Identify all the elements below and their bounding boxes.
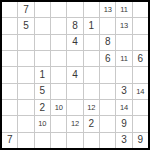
cell-r1c6[interactable] [84, 2, 99, 17]
cell-r7c2[interactable] [18, 100, 33, 115]
cell-r1c5[interactable] [67, 2, 82, 17]
cell-r5c5[interactable]: 4 [67, 67, 82, 82]
cell-r8c4[interactable] [51, 116, 66, 131]
cell-r6c2[interactable] [18, 84, 33, 99]
cell-r3c9[interactable] [133, 35, 148, 50]
cell-r4c7[interactable]: 6 [100, 51, 115, 66]
endpoint-number: 2 [89, 119, 95, 129]
endpoint-number: 1 [40, 70, 46, 80]
endpoint-number: 12 [87, 104, 95, 112]
cell-r1c8[interactable]: 11 [116, 2, 131, 17]
cell-r2c9[interactable] [133, 18, 148, 33]
cell-r2c8[interactable]: 13 [116, 18, 131, 33]
cell-r5c6[interactable] [84, 67, 99, 82]
cell-r7c6[interactable]: 12 [84, 100, 99, 115]
endpoint-number: 3 [121, 135, 127, 145]
cell-r5c2[interactable] [18, 67, 33, 82]
cell-r3c6[interactable] [84, 35, 99, 50]
endpoint-number: 5 [40, 86, 46, 96]
cell-r2c3[interactable] [35, 18, 50, 33]
cell-r6c8[interactable]: 3 [116, 84, 131, 99]
endpoint-number: 11 [120, 6, 127, 14]
cell-r7c3[interactable]: 2 [35, 100, 50, 115]
cell-r8c9[interactable] [133, 116, 148, 131]
cell-r1c7[interactable]: 13 [100, 2, 115, 17]
cell-r8c7[interactable] [100, 116, 115, 131]
endpoint-number: 9 [138, 135, 144, 145]
cell-r5c8[interactable] [116, 67, 131, 82]
endpoint-number: 6 [105, 54, 111, 64]
cell-r9c8[interactable]: 3 [116, 133, 131, 148]
endpoint-number: 10 [38, 120, 46, 128]
cell-r3c8[interactable] [116, 35, 131, 50]
cell-r2c4[interactable] [51, 18, 66, 33]
cell-r6c9[interactable]: 14 [133, 84, 148, 99]
cell-r9c7[interactable] [100, 133, 115, 148]
cell-r6c7[interactable] [100, 84, 115, 99]
endpoint-number: 4 [72, 70, 78, 80]
cell-r6c4[interactable] [51, 84, 66, 99]
cell-r9c1[interactable]: 7 [2, 133, 17, 148]
endpoint-number: 13 [120, 22, 128, 30]
cell-r4c9[interactable]: 6 [133, 51, 148, 66]
cell-r8c6[interactable]: 2 [84, 116, 99, 131]
cell-r8c3[interactable]: 10 [35, 116, 50, 131]
cell-r7c4[interactable]: 10 [51, 100, 66, 115]
cell-r2c5[interactable]: 8 [67, 18, 82, 33]
cell-r9c4[interactable] [51, 133, 66, 148]
endpoint-number: 5 [23, 21, 29, 31]
numberlink-board: 71311581134861161453142101214101229739 [0, 0, 150, 150]
cell-r8c1[interactable] [2, 116, 17, 131]
endpoint-number: 13 [104, 6, 112, 14]
endpoint-number: 10 [55, 104, 63, 112]
endpoint-number: 8 [72, 21, 78, 31]
cell-r2c6[interactable]: 1 [84, 18, 99, 33]
cell-r4c5[interactable] [67, 51, 82, 66]
endpoint-number: 9 [121, 119, 127, 129]
cell-r5c4[interactable] [51, 67, 66, 82]
cell-r2c7[interactable] [100, 18, 115, 33]
cell-r8c8[interactable]: 9 [116, 116, 131, 131]
cell-r2c1[interactable] [2, 18, 17, 33]
cell-r7c7[interactable] [100, 100, 115, 115]
endpoint-number: 14 [120, 104, 128, 112]
cell-r5c7[interactable] [100, 67, 115, 82]
cell-r4c8[interactable]: 11 [116, 51, 131, 66]
endpoint-number: 7 [23, 5, 29, 15]
cell-r3c3[interactable] [35, 35, 50, 50]
cell-r7c5[interactable] [67, 100, 82, 115]
cell-r7c9[interactable] [133, 100, 148, 115]
cell-r4c4[interactable] [51, 51, 66, 66]
cell-r7c1[interactable] [2, 100, 17, 115]
cell-r5c9[interactable] [133, 67, 148, 82]
cell-r1c2[interactable]: 7 [18, 2, 33, 17]
cell-r3c4[interactable] [51, 35, 66, 50]
cell-r5c1[interactable] [2, 67, 17, 82]
cell-r4c6[interactable] [84, 51, 99, 66]
cell-r6c6[interactable] [84, 84, 99, 99]
cell-r1c1[interactable] [2, 2, 17, 17]
cell-r1c3[interactable] [35, 2, 50, 17]
cell-r3c2[interactable] [18, 35, 33, 50]
cell-r2c2[interactable]: 5 [18, 18, 33, 33]
cell-r1c9[interactable] [133, 2, 148, 17]
cell-r6c3[interactable]: 5 [35, 84, 50, 99]
cell-r9c2[interactable] [18, 133, 33, 148]
endpoint-number: 2 [40, 103, 46, 113]
cell-r9c3[interactable] [35, 133, 50, 148]
cell-r4c1[interactable] [2, 51, 17, 66]
cell-r6c5[interactable] [67, 84, 82, 99]
cell-r9c5[interactable] [67, 133, 82, 148]
endpoint-number: 8 [105, 37, 111, 47]
cell-r9c6[interactable] [84, 133, 99, 148]
cell-r4c2[interactable] [18, 51, 33, 66]
cell-r8c5[interactable]: 12 [67, 116, 82, 131]
endpoint-number: 3 [121, 86, 127, 96]
cell-r3c7[interactable]: 8 [100, 35, 115, 50]
cell-r1c4[interactable] [51, 2, 66, 17]
endpoint-number: 6 [138, 54, 144, 64]
cell-r7c8[interactable]: 14 [116, 100, 131, 115]
endpoint-number: 4 [72, 37, 78, 47]
cell-r3c5[interactable]: 4 [67, 35, 82, 50]
endpoint-number: 12 [71, 120, 79, 128]
endpoint-number: 7 [7, 135, 13, 145]
cell-r5c3[interactable]: 1 [35, 67, 50, 82]
endpoint-number: 14 [136, 88, 144, 96]
cell-r8c2[interactable] [18, 116, 33, 131]
cell-r9c9[interactable]: 9 [133, 133, 148, 148]
endpoint-number: 1 [89, 21, 95, 31]
endpoint-number: 11 [120, 55, 127, 63]
cell-r6c1[interactable] [2, 84, 17, 99]
cell-r3c1[interactable] [2, 35, 17, 50]
cell-r4c3[interactable] [35, 51, 50, 66]
